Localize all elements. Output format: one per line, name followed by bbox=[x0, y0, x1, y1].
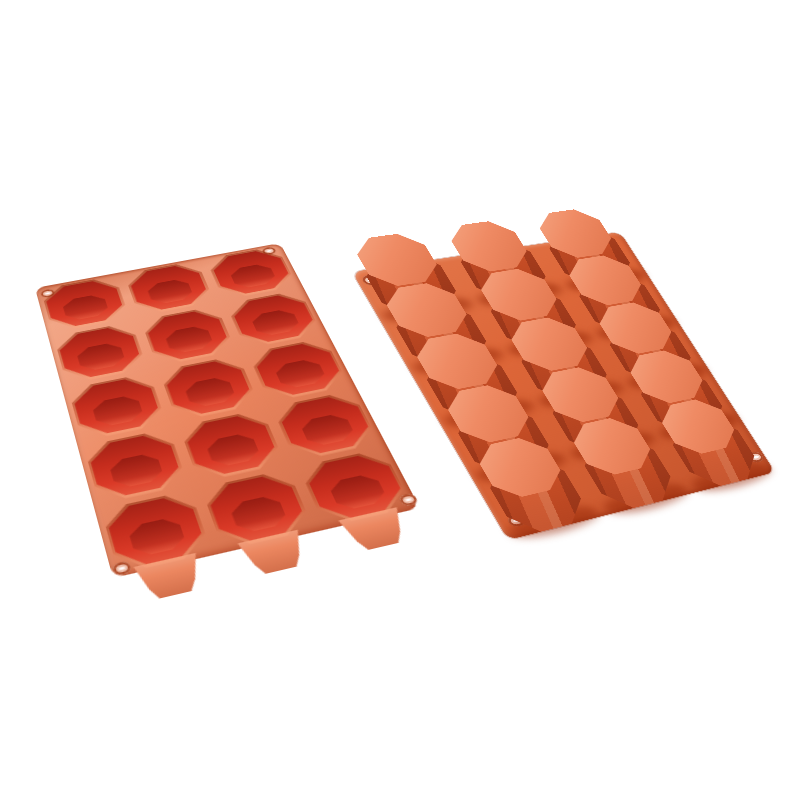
octagon-cavity bbox=[275, 393, 375, 458]
silicone-mold-left bbox=[35, 243, 420, 578]
cavity-floor bbox=[228, 263, 278, 290]
cavity-floor bbox=[327, 472, 389, 511]
octagon-cavity bbox=[205, 472, 310, 547]
cavity-floor bbox=[146, 278, 195, 306]
cavity-floor bbox=[61, 293, 110, 321]
octagon-cavity bbox=[251, 340, 346, 399]
octagon-cavity bbox=[182, 412, 281, 479]
cavity-floor bbox=[91, 394, 145, 428]
silicone-mold-right bbox=[352, 232, 775, 540]
cavity-floor bbox=[298, 412, 356, 447]
cavity-floor bbox=[127, 516, 187, 558]
octagon-cavity bbox=[104, 493, 207, 570]
octagon-cavity bbox=[87, 431, 184, 500]
cavity-floor bbox=[205, 432, 263, 469]
octagon-cavity bbox=[302, 451, 409, 523]
cavity-floor bbox=[164, 324, 216, 354]
cavity-floor bbox=[76, 341, 127, 372]
cavity-floor bbox=[249, 308, 301, 337]
product-photo-stage bbox=[0, 0, 800, 800]
cavity-floor bbox=[108, 452, 165, 490]
cavity-floor bbox=[183, 376, 237, 409]
bump-grid bbox=[352, 232, 775, 540]
cavity-floor bbox=[228, 494, 289, 534]
cavity-floor bbox=[273, 358, 328, 390]
